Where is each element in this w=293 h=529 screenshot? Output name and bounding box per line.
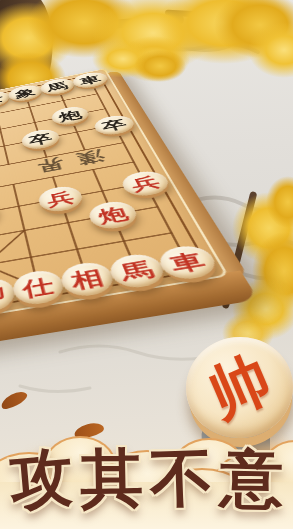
slogan-title: 攻 其 不 意 <box>0 447 293 510</box>
slogan-char: 其 <box>79 446 143 510</box>
grand-general-glyph: 帅 <box>196 338 283 436</box>
slogan-char: 不 <box>149 446 214 511</box>
slogan-char: 攻 <box>7 444 75 512</box>
ginkgo-foliage <box>134 50 186 82</box>
slogan-char: 意 <box>220 446 284 510</box>
splash-screen: 漢界 楚河 車馬象士將士象馬車炮炮卒卒卒卒卒兵兵兵兵兵炮炮車馬相仕帥仕相馬車 帅… <box>0 0 293 529</box>
